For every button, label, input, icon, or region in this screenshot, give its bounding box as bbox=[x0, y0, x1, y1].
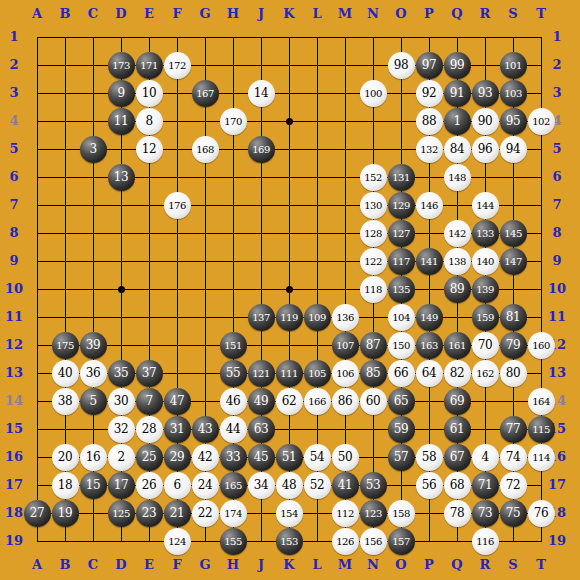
stone-K14-white-62[interactable]: 62 bbox=[276, 388, 303, 415]
stone-K11-black-119[interactable]: 119 bbox=[276, 304, 303, 331]
stone-N8-white-128[interactable]: 128 bbox=[360, 220, 387, 247]
column-label-bottom-P: P bbox=[415, 552, 443, 578]
stone-C5-black-3[interactable]: 3 bbox=[80, 136, 107, 163]
column-label-bottom-A: A bbox=[23, 552, 51, 578]
stone-M11-white-136[interactable]: 136 bbox=[332, 304, 359, 331]
stone-R19-white-116[interactable]: 116 bbox=[472, 528, 499, 555]
stone-E13-black-37[interactable]: 37 bbox=[136, 360, 163, 387]
stone-R12-white-70[interactable]: 70 bbox=[472, 332, 499, 359]
stone-J13-black-121[interactable]: 121 bbox=[248, 360, 275, 387]
stone-P9-black-141[interactable]: 141 bbox=[416, 248, 443, 275]
stone-B13-white-40[interactable]: 40 bbox=[52, 360, 79, 387]
stone-P11-black-149[interactable]: 149 bbox=[416, 304, 443, 331]
stone-Q3-black-91[interactable]: 91 bbox=[444, 80, 471, 107]
stone-Q17-white-68[interactable]: 68 bbox=[444, 472, 471, 499]
column-label-bottom-D: D bbox=[107, 552, 135, 578]
stone-O15-black-59[interactable]: 59 bbox=[388, 416, 415, 443]
column-label-bottom-H: H bbox=[219, 552, 247, 578]
stone-Q13-white-82[interactable]: 82 bbox=[444, 360, 471, 387]
stone-F17-white-6[interactable]: 6 bbox=[164, 472, 191, 499]
stone-P12-black-163[interactable]: 163 bbox=[416, 332, 443, 359]
stone-D16-white-2[interactable]: 2 bbox=[108, 444, 135, 471]
stone-O12-white-150[interactable]: 150 bbox=[388, 332, 415, 359]
stone-Q12-black-161[interactable]: 161 bbox=[444, 332, 471, 359]
stone-M17-black-41[interactable]: 41 bbox=[332, 472, 359, 499]
stone-O7-black-129[interactable]: 129 bbox=[388, 192, 415, 219]
stone-D13-black-35[interactable]: 35 bbox=[108, 360, 135, 387]
stone-S13-white-80[interactable]: 80 bbox=[500, 360, 527, 387]
column-label-bottom-Q: Q bbox=[443, 552, 471, 578]
stone-S4-black-95[interactable]: 95 bbox=[500, 108, 527, 135]
stone-N6-white-152[interactable]: 152 bbox=[360, 164, 387, 191]
stone-J5-black-169[interactable]: 169 bbox=[248, 136, 275, 163]
stone-D17-black-17[interactable]: 17 bbox=[108, 472, 135, 499]
stone-O14-black-65[interactable]: 65 bbox=[388, 388, 415, 415]
stone-G18-white-22[interactable]: 22 bbox=[192, 500, 219, 527]
stone-C17-black-15[interactable]: 15 bbox=[80, 472, 107, 499]
column-label-bottom-G: G bbox=[191, 552, 219, 578]
stone-J16-black-45[interactable]: 45 bbox=[248, 444, 275, 471]
column-label-bottom-S: S bbox=[499, 552, 527, 578]
stone-Q6-white-148[interactable]: 148 bbox=[444, 164, 471, 191]
stone-O9-black-117[interactable]: 117 bbox=[388, 248, 415, 275]
stone-P3-white-92[interactable]: 92 bbox=[416, 80, 443, 107]
stone-H4-white-170[interactable]: 170 bbox=[220, 108, 247, 135]
stone-G15-black-43[interactable]: 43 bbox=[192, 416, 219, 443]
stone-D6-black-13[interactable]: 13 bbox=[108, 164, 135, 191]
stone-T18-white-76[interactable]: 76 bbox=[528, 500, 555, 527]
stone-R18-black-73[interactable]: 73 bbox=[472, 500, 499, 527]
stone-P2-black-97[interactable]: 97 bbox=[416, 52, 443, 79]
stone-R8-black-133[interactable]: 133 bbox=[472, 220, 499, 247]
stone-F2-white-172[interactable]: 172 bbox=[164, 52, 191, 79]
stone-J17-white-34[interactable]: 34 bbox=[248, 472, 275, 499]
column-label-bottom-C: C bbox=[79, 552, 107, 578]
stone-C13-white-36[interactable]: 36 bbox=[80, 360, 107, 387]
stone-T14-white-164[interactable]: 164 bbox=[528, 388, 555, 415]
stone-J14-black-49[interactable]: 49 bbox=[248, 388, 275, 415]
stone-H16-black-33[interactable]: 33 bbox=[220, 444, 247, 471]
stone-N3-white-100[interactable]: 100 bbox=[360, 80, 387, 107]
stone-S3-black-103[interactable]: 103 bbox=[500, 80, 527, 107]
stone-R11-black-159[interactable]: 159 bbox=[472, 304, 499, 331]
stone-S16-white-74[interactable]: 74 bbox=[500, 444, 527, 471]
stone-N18-black-123[interactable]: 123 bbox=[360, 500, 387, 527]
stone-G5-white-168[interactable]: 168 bbox=[192, 136, 219, 163]
stone-J11-black-137[interactable]: 137 bbox=[248, 304, 275, 331]
stone-E14-black-7[interactable]: 7 bbox=[136, 388, 163, 415]
stone-D14-white-30[interactable]: 30 bbox=[108, 388, 135, 415]
stone-P13-white-64[interactable]: 64 bbox=[416, 360, 443, 387]
stone-N13-black-85[interactable]: 85 bbox=[360, 360, 387, 387]
stone-S17-white-72[interactable]: 72 bbox=[500, 472, 527, 499]
stone-K17-white-48[interactable]: 48 bbox=[276, 472, 303, 499]
stone-O18-white-158[interactable]: 158 bbox=[388, 500, 415, 527]
stone-R5-white-96[interactable]: 96 bbox=[472, 136, 499, 163]
stone-M14-white-86[interactable]: 86 bbox=[332, 388, 359, 415]
column-label-bottom-R: R bbox=[471, 552, 499, 578]
stone-T16-white-114[interactable]: 114 bbox=[528, 444, 555, 471]
stone-F16-black-29[interactable]: 29 bbox=[164, 444, 191, 471]
stone-C12-black-39[interactable]: 39 bbox=[80, 332, 107, 359]
stone-S9-black-147[interactable]: 147 bbox=[500, 248, 527, 275]
stone-O19-black-157[interactable]: 157 bbox=[388, 528, 415, 555]
stone-H14-white-46[interactable]: 46 bbox=[220, 388, 247, 415]
stone-J3-white-14[interactable]: 14 bbox=[248, 80, 275, 107]
stone-P4-white-88[interactable]: 88 bbox=[416, 108, 443, 135]
stone-E18-black-23[interactable]: 23 bbox=[136, 500, 163, 527]
stone-D2-black-173[interactable]: 173 bbox=[108, 52, 135, 79]
stone-G17-white-24[interactable]: 24 bbox=[192, 472, 219, 499]
stone-Q14-black-69[interactable]: 69 bbox=[444, 388, 471, 415]
column-label-bottom-N: N bbox=[359, 552, 387, 578]
stone-K13-black-111[interactable]: 111 bbox=[276, 360, 303, 387]
stone-S12-black-79[interactable]: 79 bbox=[500, 332, 527, 359]
stone-O16-black-57[interactable]: 57 bbox=[388, 444, 415, 471]
stone-S18-black-75[interactable]: 75 bbox=[500, 500, 527, 527]
stone-O2-white-98[interactable]: 98 bbox=[388, 52, 415, 79]
stone-L11-black-109[interactable]: 109 bbox=[304, 304, 331, 331]
stone-Q8-white-142[interactable]: 142 bbox=[444, 220, 471, 247]
stone-Q9-white-138[interactable]: 138 bbox=[444, 248, 471, 275]
stone-R4-white-90[interactable]: 90 bbox=[472, 108, 499, 135]
stone-N19-white-156[interactable]: 156 bbox=[360, 528, 387, 555]
stone-K19-black-153[interactable]: 153 bbox=[276, 528, 303, 555]
stone-M18-white-112[interactable]: 112 bbox=[332, 500, 359, 527]
stone-S11-black-81[interactable]: 81 bbox=[500, 304, 527, 331]
stone-P16-white-58[interactable]: 58 bbox=[416, 444, 443, 471]
stone-E3-white-10[interactable]: 10 bbox=[136, 80, 163, 107]
stone-O11-white-104[interactable]: 104 bbox=[388, 304, 415, 331]
stone-Q16-black-67[interactable]: 67 bbox=[444, 444, 471, 471]
stone-S8-black-145[interactable]: 145 bbox=[500, 220, 527, 247]
stone-R13-white-162[interactable]: 162 bbox=[472, 360, 499, 387]
stone-T15-black-115[interactable]: 115 bbox=[528, 416, 555, 443]
stone-K16-black-51[interactable]: 51 bbox=[276, 444, 303, 471]
stone-F7-white-176[interactable]: 176 bbox=[164, 192, 191, 219]
stone-K18-white-154[interactable]: 154 bbox=[276, 500, 303, 527]
stone-O6-black-131[interactable]: 131 bbox=[388, 164, 415, 191]
stone-F15-black-31[interactable]: 31 bbox=[164, 416, 191, 443]
stone-P17-white-56[interactable]: 56 bbox=[416, 472, 443, 499]
stone-H12-black-151[interactable]: 151 bbox=[220, 332, 247, 359]
stone-G3-black-167[interactable]: 167 bbox=[192, 80, 219, 107]
stone-Q15-black-61[interactable]: 61 bbox=[444, 416, 471, 443]
stone-P7-white-146[interactable]: 146 bbox=[416, 192, 443, 219]
stone-Q10-black-89[interactable]: 89 bbox=[444, 276, 471, 303]
stone-Q4-black-1[interactable]: 1 bbox=[444, 108, 471, 135]
stone-N9-white-122[interactable]: 122 bbox=[360, 248, 387, 275]
stone-B17-white-18[interactable]: 18 bbox=[52, 472, 79, 499]
stone-F19-white-124[interactable]: 124 bbox=[164, 528, 191, 555]
stone-H15-white-44[interactable]: 44 bbox=[220, 416, 247, 443]
stone-P5-white-132[interactable]: 132 bbox=[416, 136, 443, 163]
stone-E16-black-25[interactable]: 25 bbox=[136, 444, 163, 471]
stone-R7-white-144[interactable]: 144 bbox=[472, 192, 499, 219]
stone-N14-white-60[interactable]: 60 bbox=[360, 388, 387, 415]
stone-D15-white-32[interactable]: 32 bbox=[108, 416, 135, 443]
stone-H18-white-174[interactable]: 174 bbox=[220, 500, 247, 527]
stone-O13-white-66[interactable]: 66 bbox=[388, 360, 415, 387]
stone-N7-white-130[interactable]: 130 bbox=[360, 192, 387, 219]
stone-S15-black-77[interactable]: 77 bbox=[500, 416, 527, 443]
stone-B12-black-175[interactable]: 175 bbox=[52, 332, 79, 359]
stone-J15-black-63[interactable]: 63 bbox=[248, 416, 275, 443]
stone-F18-black-21[interactable]: 21 bbox=[164, 500, 191, 527]
stone-R3-black-93[interactable]: 93 bbox=[472, 80, 499, 107]
column-label-bottom-L: L bbox=[303, 552, 331, 578]
stone-N12-black-87[interactable]: 87 bbox=[360, 332, 387, 359]
column-label-bottom-F: F bbox=[163, 552, 191, 578]
stone-N10-white-118[interactable]: 118 bbox=[360, 276, 387, 303]
stone-S5-white-94[interactable]: 94 bbox=[500, 136, 527, 163]
stone-M13-white-106[interactable]: 106 bbox=[332, 360, 359, 387]
stone-D18-black-125[interactable]: 125 bbox=[108, 500, 135, 527]
stone-C14-black-5[interactable]: 5 bbox=[80, 388, 107, 415]
stone-O8-black-127[interactable]: 127 bbox=[388, 220, 415, 247]
stone-E5-white-12[interactable]: 12 bbox=[136, 136, 163, 163]
stone-R10-black-139[interactable]: 139 bbox=[472, 276, 499, 303]
column-label-bottom-M: M bbox=[331, 552, 359, 578]
go-board-screen: ABCDEFGHJKLMNOPQRST ABCDEFGHJKLMNOPQRST … bbox=[0, 0, 580, 580]
stone-Q18-white-78[interactable]: 78 bbox=[444, 500, 471, 527]
column-label-bottom-J: J bbox=[247, 552, 275, 578]
stone-B16-white-20[interactable]: 20 bbox=[52, 444, 79, 471]
column-label-bottom-O: O bbox=[387, 552, 415, 578]
stone-A18-black-27[interactable]: 27 bbox=[24, 500, 51, 527]
stone-H17-black-165[interactable]: 165 bbox=[220, 472, 247, 499]
stone-G16-white-42[interactable]: 42 bbox=[192, 444, 219, 471]
stone-L17-white-52[interactable]: 52 bbox=[304, 472, 331, 499]
stone-M12-black-107[interactable]: 107 bbox=[332, 332, 359, 359]
stone-E4-white-8[interactable]: 8 bbox=[136, 108, 163, 135]
stone-H13-black-55[interactable]: 55 bbox=[220, 360, 247, 387]
stone-M16-white-50[interactable]: 50 bbox=[332, 444, 359, 471]
stone-R17-black-71[interactable]: 71 bbox=[472, 472, 499, 499]
stone-Q2-black-99[interactable]: 99 bbox=[444, 52, 471, 79]
column-label-bottom-E: E bbox=[135, 552, 163, 578]
stone-D3-black-9[interactable]: 9 bbox=[108, 80, 135, 107]
stone-N17-black-53[interactable]: 53 bbox=[360, 472, 387, 499]
stone-S2-black-101[interactable]: 101 bbox=[500, 52, 527, 79]
column-label-bottom-K: K bbox=[275, 552, 303, 578]
stone-E17-white-26[interactable]: 26 bbox=[136, 472, 163, 499]
stone-H19-black-155[interactable]: 155 bbox=[220, 528, 247, 555]
stone-E2-black-171[interactable]: 171 bbox=[136, 52, 163, 79]
stone-D4-black-11[interactable]: 11 bbox=[108, 108, 135, 135]
stone-L14-white-166[interactable]: 166 bbox=[304, 388, 331, 415]
stone-B14-white-38[interactable]: 38 bbox=[52, 388, 79, 415]
stone-L13-black-105[interactable]: 105 bbox=[304, 360, 331, 387]
stone-T4-white-102[interactable]: 102 bbox=[528, 108, 555, 135]
stone-O10-black-135[interactable]: 135 bbox=[388, 276, 415, 303]
stone-R16-white-4[interactable]: 4 bbox=[472, 444, 499, 471]
stone-Q5-white-84[interactable]: 84 bbox=[444, 136, 471, 163]
column-label-bottom-B: B bbox=[51, 552, 79, 578]
stone-E15-white-28[interactable]: 28 bbox=[136, 416, 163, 443]
stone-L16-white-54[interactable]: 54 bbox=[304, 444, 331, 471]
stone-B18-black-19[interactable]: 19 bbox=[52, 500, 79, 527]
stone-R9-white-140[interactable]: 140 bbox=[472, 248, 499, 275]
stone-T12-white-160[interactable]: 160 bbox=[528, 332, 555, 359]
stone-F14-black-47[interactable]: 47 bbox=[164, 388, 191, 415]
column-label-bottom-T: T bbox=[527, 552, 555, 578]
go-board[interactable]: 1731711729897991019101671410092919310311… bbox=[23, 23, 555, 555]
stone-M19-white-126[interactable]: 126 bbox=[332, 528, 359, 555]
stone-C16-white-16[interactable]: 16 bbox=[80, 444, 107, 471]
